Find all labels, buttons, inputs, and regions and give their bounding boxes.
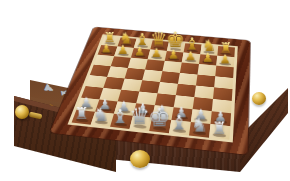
piece-silver-knight[interactable]: ♞ [191, 116, 208, 135]
piece-silver-bishop[interactable]: ♝ [111, 107, 129, 127]
square-f6[interactable] [180, 63, 199, 75]
board-maple-inlay: ♜♞♝♛♚♝♞♜♟♟♟♟♟♟♟♟♟♟♟♟♟♟♟♟♜♞♝♛♚♝♞♜ [68, 34, 238, 142]
square-f4[interactable] [176, 84, 196, 97]
chess-set-photo: ♟♝ ♟♞♟ ♜♞♝♛♚♝♞♜♟♟♟♟♟♟♟♟♟♟♟♟♟♟♟♟♜♞♝♛♚♝♞♜ [0, 0, 290, 181]
square-f1[interactable]: ♝ [169, 120, 191, 136]
piece-silver-rook[interactable]: ♜ [74, 106, 89, 122]
square-e1[interactable]: ♚ [149, 118, 171, 133]
piece-silver-king[interactable]: ♚ [148, 105, 171, 130]
piece-gold-pawn[interactable]: ♟ [185, 50, 196, 62]
piece-gold-pawn[interactable]: ♟ [134, 45, 145, 57]
piece-silver-knight[interactable]: ♞ [92, 106, 109, 125]
piece-silver-rook[interactable]: ♜ [212, 120, 227, 137]
piece-gold-pawn[interactable]: ♟ [151, 47, 162, 59]
piece-gold-pawn[interactable]: ♟ [101, 42, 112, 54]
square-g1[interactable]: ♞ [189, 122, 211, 138]
square-e5[interactable] [160, 71, 180, 84]
piece-gold-pawn[interactable]: ♟ [168, 48, 179, 60]
square-g5[interactable] [196, 75, 215, 88]
piece-gold-pawn[interactable]: ♟ [117, 44, 128, 56]
board-scene: ♜♞♝♛♚♝♞♜♟♟♟♟♟♟♟♟♟♟♟♟♟♟♟♟♜♞♝♛♚♝♞♜ [0, 0, 290, 181]
square-c6[interactable] [128, 58, 148, 70]
piece-gold-pawn[interactable]: ♟ [202, 51, 213, 63]
square-h1[interactable]: ♜ [209, 124, 230, 140]
square-f5[interactable] [178, 73, 198, 86]
piece-gold-pawn[interactable]: ♟ [219, 53, 230, 66]
board-grid: ♜♞♝♛♚♝♞♜♟♟♟♟♟♟♟♟♟♟♟♟♟♟♟♟♜♞♝♛♚♝♞♜ [72, 36, 235, 140]
square-h5[interactable] [214, 76, 233, 89]
square-b6[interactable] [111, 56, 131, 68]
square-d5[interactable] [142, 70, 162, 82]
square-h6[interactable] [215, 66, 234, 78]
square-g4[interactable] [194, 86, 214, 99]
chess-board-frame: ♜♞♝♛♚♝♞♜♟♟♟♟♟♟♟♟♟♟♟♟♟♟♟♟♜♞♝♛♚♝♞♜ [50, 27, 250, 155]
piece-silver-bishop[interactable]: ♝ [170, 113, 188, 133]
